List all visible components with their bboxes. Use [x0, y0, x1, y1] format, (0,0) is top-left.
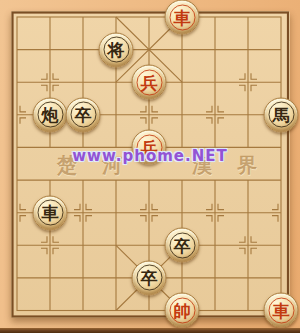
- piece-red-soldier[interactable]: 兵: [132, 65, 167, 100]
- piece-glyph: 馬: [273, 107, 290, 124]
- piece-glyph: 卒: [75, 107, 92, 124]
- piece-black-soldier[interactable]: 卒: [66, 97, 101, 132]
- piece-red-chariot[interactable]: 車: [264, 293, 299, 328]
- xiangqi-app: 楚 河 漢 界 車将兵炮卒馬兵車卒卒帥車 www.phome.NET: [0, 0, 300, 333]
- piece-black-chariot[interactable]: 車: [33, 195, 68, 230]
- piece-glyph: 兵: [141, 74, 158, 91]
- piece-glyph: 車: [273, 302, 290, 319]
- piece-glyph: 卒: [141, 270, 158, 287]
- piece-red-general[interactable]: 帥: [165, 293, 200, 328]
- piece-red-chariot[interactable]: 車: [165, 0, 200, 35]
- piece-glyph: 卒: [174, 237, 191, 254]
- piece-glyph: 炮: [42, 107, 59, 124]
- bottom-edge-strip: [0, 328, 300, 333]
- piece-glyph: 将: [108, 42, 125, 59]
- watermark: www.phome.NET: [72, 147, 228, 165]
- piece-black-cannon[interactable]: 炮: [33, 97, 68, 132]
- piece-black-general[interactable]: 将: [99, 32, 134, 67]
- piece-glyph: 車: [42, 205, 59, 222]
- piece-glyph: 帥: [174, 302, 191, 319]
- piece-glyph: 車: [174, 9, 191, 26]
- pieces-layer: 車将兵炮卒馬兵車卒卒帥車: [0, 0, 300, 333]
- piece-black-soldier[interactable]: 卒: [132, 260, 167, 295]
- piece-black-soldier[interactable]: 卒: [165, 228, 200, 263]
- piece-black-horse[interactable]: 馬: [264, 97, 299, 132]
